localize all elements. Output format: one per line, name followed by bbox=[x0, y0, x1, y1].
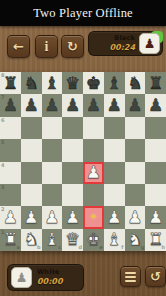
black-king-e8: ♚ bbox=[86, 75, 101, 92]
square-f7[interactable]: ♟ bbox=[104, 94, 125, 116]
square-g7[interactable]: ♟ bbox=[125, 94, 146, 116]
black-bishop-f8: ♝ bbox=[107, 75, 122, 92]
file-label-d: d bbox=[78, 245, 82, 250]
white-pawn-f2: ♟ bbox=[107, 209, 122, 226]
square-h7[interactable]: ♟ bbox=[145, 94, 166, 116]
square-c2[interactable]: ♟ bbox=[42, 206, 63, 228]
white-pawn-h2: ♟ bbox=[148, 209, 163, 226]
title-bar: Two Player Offline bbox=[0, 0, 166, 26]
square-c6[interactable] bbox=[42, 117, 63, 139]
black-player-card: Black 00:24 ♟ bbox=[88, 31, 163, 56]
black-pawn-c7: ♟ bbox=[44, 97, 59, 114]
info-icon: i bbox=[45, 40, 49, 54]
square-h6[interactable] bbox=[145, 117, 166, 139]
black-pawn-b7: ♟ bbox=[24, 97, 39, 114]
square-b6[interactable] bbox=[21, 117, 42, 139]
square-g8[interactable]: ♞ bbox=[125, 72, 146, 94]
white-player-clock: 00:00 bbox=[37, 277, 62, 286]
square-h3[interactable] bbox=[145, 184, 166, 206]
square-b1[interactable]: b♞ bbox=[21, 229, 42, 251]
white-avatar-piece-icon: ♟ bbox=[16, 271, 28, 284]
black-pawn-h7: ♟ bbox=[148, 97, 163, 114]
rank-label-4: 4 bbox=[1, 163, 4, 168]
square-f1[interactable]: f♝ bbox=[104, 229, 125, 251]
file-label-f: f bbox=[121, 245, 123, 250]
black-knight-g8: ♞ bbox=[127, 75, 142, 92]
square-e8[interactable]: ♚ bbox=[83, 72, 104, 94]
square-d5[interactable] bbox=[62, 139, 83, 161]
black-pawn-f7: ♟ bbox=[107, 97, 122, 114]
square-f8[interactable]: ♝ bbox=[104, 72, 125, 94]
black-knight-b8: ♞ bbox=[24, 75, 39, 92]
move-origin-marker: ✦ bbox=[89, 212, 97, 222]
square-e1[interactable]: e♚ bbox=[83, 229, 104, 251]
square-a8[interactable]: 8♜ bbox=[0, 72, 21, 94]
square-b4[interactable] bbox=[21, 162, 42, 184]
square-d7[interactable]: ♟ bbox=[62, 94, 83, 116]
square-e7[interactable]: ♟ bbox=[83, 94, 104, 116]
square-f4[interactable] bbox=[104, 162, 125, 184]
rank-label-5: 5 bbox=[1, 140, 4, 145]
black-player-label: Black bbox=[114, 35, 135, 42]
white-avatar: ♟ bbox=[11, 267, 32, 288]
file-label-c: c bbox=[58, 245, 61, 250]
square-e4[interactable]: ♟ bbox=[83, 162, 104, 184]
rank-label-1: 1 bbox=[1, 230, 4, 235]
back-button[interactable]: ← bbox=[7, 35, 30, 58]
black-pawn-a7: ♟ bbox=[3, 97, 18, 114]
undo-icon: ↺ bbox=[150, 270, 161, 283]
rank-label-6: 6 bbox=[1, 118, 4, 123]
square-b8[interactable]: ♞ bbox=[21, 72, 42, 94]
square-a6[interactable]: 6 bbox=[0, 117, 21, 139]
square-d4[interactable] bbox=[62, 162, 83, 184]
rank-label-8: 8 bbox=[1, 73, 4, 78]
hamburger-icon bbox=[125, 272, 136, 274]
square-e5[interactable] bbox=[83, 139, 104, 161]
square-f5[interactable] bbox=[104, 139, 125, 161]
white-pawn-d2: ♟ bbox=[65, 209, 80, 226]
square-h4[interactable] bbox=[145, 162, 166, 184]
square-b3[interactable] bbox=[21, 184, 42, 206]
white-pawn-e4: ♟ bbox=[86, 164, 101, 181]
square-c8[interactable]: ♝ bbox=[42, 72, 63, 94]
white-player-label: White bbox=[37, 269, 60, 276]
file-label-a: a bbox=[16, 245, 19, 250]
square-c5[interactable] bbox=[42, 139, 63, 161]
page-title: Two Player Offline bbox=[33, 6, 133, 21]
square-h5[interactable] bbox=[145, 139, 166, 161]
square-a3[interactable]: 3 bbox=[0, 184, 21, 206]
square-c3[interactable] bbox=[42, 184, 63, 206]
file-label-e: e bbox=[99, 245, 102, 250]
black-pawn-d7: ♟ bbox=[65, 97, 80, 114]
back-arrow-icon: ← bbox=[13, 40, 24, 53]
rotate-icon: ↻ bbox=[67, 40, 78, 53]
square-c7[interactable]: ♟ bbox=[42, 94, 63, 116]
white-pawn-b2: ♟ bbox=[24, 209, 39, 226]
square-h1[interactable]: h♜ bbox=[145, 229, 166, 251]
chess-board: 8♜♞♝♛♚♝♞♜7♟♟♟♟♟♟♟♟654♟32♟♟♟♟✦♟♟♟1a♜b♞c♝d… bbox=[0, 72, 166, 251]
square-g5[interactable] bbox=[125, 139, 146, 161]
square-b5[interactable] bbox=[21, 139, 42, 161]
square-a4[interactable]: 4 bbox=[0, 162, 21, 184]
flip-board-button[interactable]: ↻ bbox=[61, 35, 84, 58]
square-d8[interactable]: ♛ bbox=[62, 72, 83, 94]
square-d3[interactable] bbox=[62, 184, 83, 206]
info-button[interactable]: i bbox=[35, 35, 58, 58]
black-avatar-wrap: ♟ bbox=[139, 33, 160, 54]
square-c4[interactable] bbox=[42, 162, 63, 184]
black-rook-a8: ♜ bbox=[3, 75, 18, 92]
square-h2[interactable]: ♟ bbox=[145, 206, 166, 228]
black-rook-h8: ♜ bbox=[148, 75, 163, 92]
square-d2[interactable]: ♟ bbox=[62, 206, 83, 228]
square-c1[interactable]: c♝ bbox=[42, 229, 63, 251]
black-pawn-g7: ♟ bbox=[127, 97, 142, 114]
black-player-clock: 00:24 bbox=[110, 43, 135, 52]
square-a1[interactable]: 1a♜ bbox=[0, 229, 21, 251]
square-f3[interactable] bbox=[104, 184, 125, 206]
file-label-h: h bbox=[161, 245, 165, 250]
white-bishop-f1: ♝ bbox=[107, 231, 122, 248]
black-avatar-piece-icon: ♟ bbox=[144, 37, 156, 50]
rank-label-2: 2 bbox=[1, 207, 4, 212]
square-d1[interactable]: d♛ bbox=[62, 229, 83, 251]
square-g3[interactable] bbox=[125, 184, 146, 206]
white-pawn-g2: ♟ bbox=[127, 209, 142, 226]
undo-button[interactable]: ↺ bbox=[145, 266, 166, 287]
rank-label-7: 7 bbox=[1, 95, 4, 100]
chess-app: Two Player Offline ← i ↻ Black 00:24 ♟ 8… bbox=[0, 0, 166, 296]
menu-button[interactable] bbox=[120, 266, 141, 287]
black-bishop-c8: ♝ bbox=[44, 75, 59, 92]
black-queen-d8: ♛ bbox=[65, 75, 80, 92]
square-b2[interactable]: ♟ bbox=[21, 206, 42, 228]
square-e3[interactable] bbox=[83, 184, 104, 206]
square-g6[interactable] bbox=[125, 117, 146, 139]
black-avatar: ♟ bbox=[139, 33, 160, 54]
square-h8[interactable]: ♜ bbox=[145, 72, 166, 94]
square-d6[interactable] bbox=[62, 117, 83, 139]
square-a5[interactable]: 5 bbox=[0, 139, 21, 161]
white-avatar-wrap: ♟ bbox=[11, 267, 32, 288]
white-pawn-c2: ♟ bbox=[44, 209, 59, 226]
square-g2[interactable]: ♟ bbox=[125, 206, 146, 228]
square-e6[interactable] bbox=[83, 117, 104, 139]
black-pawn-e7: ♟ bbox=[86, 97, 101, 114]
white-bishop-c1: ♝ bbox=[44, 231, 59, 248]
square-g4[interactable] bbox=[125, 162, 146, 184]
white-player-card: ♟ White 00:00 bbox=[7, 264, 84, 291]
square-b7[interactable]: ♟ bbox=[21, 94, 42, 116]
white-pawn-a2: ♟ bbox=[3, 209, 18, 226]
square-a7[interactable]: 7♟ bbox=[0, 94, 21, 116]
square-g1[interactable]: g♞ bbox=[125, 229, 146, 251]
rank-label-3: 3 bbox=[1, 185, 4, 190]
square-f6[interactable] bbox=[104, 117, 125, 139]
square-a2[interactable]: 2♟ bbox=[0, 206, 21, 228]
square-f2[interactable]: ♟ bbox=[104, 206, 125, 228]
file-label-b: b bbox=[37, 245, 41, 250]
square-e2[interactable]: ✦ bbox=[83, 206, 104, 228]
file-label-g: g bbox=[141, 245, 145, 250]
